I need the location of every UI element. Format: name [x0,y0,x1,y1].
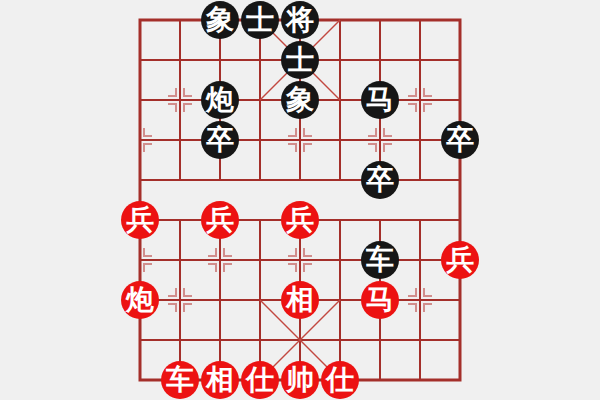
point-7-2[interactable] [400,80,440,120]
point-5-3[interactable] [320,120,360,160]
piece-red-king[interactable]: 帅 [281,361,319,399]
point-0-2[interactable] [120,80,160,120]
point-0-7[interactable]: 炮 [120,280,160,320]
point-1-6[interactable] [160,240,200,280]
point-8-0[interactable] [440,0,480,40]
piece-black-elephant[interactable]: 象 [281,81,319,119]
point-5-4[interactable] [320,160,360,200]
piece-black-pawn[interactable]: 卒 [201,121,239,159]
point-4-5[interactable]: 兵 [280,200,320,240]
point-2-8[interactable] [200,320,240,360]
piece-black-cannon[interactable]: 炮 [201,81,239,119]
point-5-9[interactable]: 仕 [320,360,360,400]
piece-black-elephant[interactable]: 象 [201,1,239,39]
point-4-2[interactable]: 象 [280,80,320,120]
point-1-9[interactable]: 车 [160,360,200,400]
point-7-6[interactable] [400,240,440,280]
point-5-2[interactable] [320,80,360,120]
point-0-9[interactable] [120,360,160,400]
point-4-3[interactable] [280,120,320,160]
point-4-9[interactable]: 帅 [280,360,320,400]
point-3-5[interactable] [240,200,280,240]
point-0-5[interactable]: 兵 [120,200,160,240]
point-7-9[interactable] [400,360,440,400]
piece-black-advisor[interactable]: 士 [241,1,279,39]
piece-red-advisor[interactable]: 仕 [321,361,359,399]
point-5-6[interactable] [320,240,360,280]
piece-black-chariot[interactable]: 车 [361,241,399,279]
point-2-5[interactable]: 兵 [200,200,240,240]
point-3-0[interactable]: 士 [240,0,280,40]
point-4-0[interactable]: 将 [280,0,320,40]
point-6-8[interactable] [360,320,400,360]
piece-red-pawn[interactable]: 兵 [441,241,479,279]
point-7-1[interactable] [400,40,440,80]
point-5-7[interactable] [320,280,360,320]
point-8-2[interactable] [440,80,480,120]
point-2-2[interactable]: 炮 [200,80,240,120]
point-8-1[interactable] [440,40,480,80]
point-4-4[interactable] [280,160,320,200]
piece-black-advisor[interactable]: 士 [281,41,319,79]
xiangqi-board[interactable]: 象士将士炮象马卒卒卒兵兵兵车兵炮相马车相仕帅仕 [120,0,480,400]
point-7-3[interactable] [400,120,440,160]
point-8-3[interactable]: 卒 [440,120,480,160]
point-4-7[interactable]: 相 [280,280,320,320]
point-7-8[interactable] [400,320,440,360]
point-3-2[interactable] [240,80,280,120]
point-3-9[interactable]: 仕 [240,360,280,400]
piece-red-cannon[interactable]: 炮 [121,281,159,319]
piece-black-pawn[interactable]: 卒 [441,121,479,159]
piece-red-pawn[interactable]: 兵 [201,201,239,239]
point-1-1[interactable] [160,40,200,80]
point-3-7[interactable] [240,280,280,320]
piece-red-horse[interactable]: 马 [361,281,399,319]
point-6-7[interactable]: 马 [360,280,400,320]
point-3-1[interactable] [240,40,280,80]
point-8-7[interactable] [440,280,480,320]
point-8-8[interactable] [440,320,480,360]
point-5-5[interactable] [320,200,360,240]
point-6-1[interactable] [360,40,400,80]
point-2-9[interactable]: 相 [200,360,240,400]
point-8-5[interactable] [440,200,480,240]
point-6-4[interactable]: 卒 [360,160,400,200]
point-7-4[interactable] [400,160,440,200]
piece-red-pawn[interactable]: 兵 [121,201,159,239]
point-7-0[interactable] [400,0,440,40]
point-3-3[interactable] [240,120,280,160]
point-4-1[interactable]: 士 [280,40,320,80]
piece-red-elephant[interactable]: 相 [281,281,319,319]
point-8-6[interactable]: 兵 [440,240,480,280]
point-0-0[interactable] [120,0,160,40]
point-2-3[interactable]: 卒 [200,120,240,160]
point-0-1[interactable] [120,40,160,80]
xiangqi-app: 象士将士炮象马卒卒卒兵兵兵车兵炮相马车相仕帅仕 [0,0,600,400]
point-3-6[interactable] [240,240,280,280]
point-6-3[interactable] [360,120,400,160]
point-2-6[interactable] [200,240,240,280]
point-2-0[interactable]: 象 [200,0,240,40]
point-5-0[interactable] [320,0,360,40]
point-4-6[interactable] [280,240,320,280]
point-7-5[interactable] [400,200,440,240]
point-8-9[interactable] [440,360,480,400]
point-1-4[interactable] [160,160,200,200]
piece-red-elephant[interactable]: 相 [201,361,239,399]
point-0-6[interactable] [120,240,160,280]
point-6-2[interactable]: 马 [360,80,400,120]
point-3-8[interactable] [240,320,280,360]
point-5-8[interactable] [320,320,360,360]
piece-red-advisor[interactable]: 仕 [241,361,279,399]
point-1-3[interactable] [160,120,200,160]
piece-black-king[interactable]: 将 [281,1,319,39]
point-1-8[interactable] [160,320,200,360]
point-1-2[interactable] [160,80,200,120]
piece-black-horse[interactable]: 马 [361,81,399,119]
point-1-7[interactable] [160,280,200,320]
point-2-7[interactable] [200,280,240,320]
point-5-1[interactable] [320,40,360,80]
point-3-4[interactable] [240,160,280,200]
point-6-6[interactable]: 车 [360,240,400,280]
point-0-4[interactable] [120,160,160,200]
point-2-1[interactable] [200,40,240,80]
point-0-8[interactable] [120,320,160,360]
point-6-0[interactable] [360,0,400,40]
point-4-8[interactable] [280,320,320,360]
piece-red-chariot[interactable]: 车 [161,361,199,399]
point-1-0[interactable] [160,0,200,40]
piece-red-pawn[interactable]: 兵 [281,201,319,239]
piece-black-pawn[interactable]: 卒 [361,161,399,199]
point-0-3[interactable] [120,120,160,160]
point-1-5[interactable] [160,200,200,240]
point-6-5[interactable] [360,200,400,240]
point-2-4[interactable] [200,160,240,200]
point-8-4[interactable] [440,160,480,200]
point-7-7[interactable] [400,280,440,320]
point-6-9[interactable] [360,360,400,400]
